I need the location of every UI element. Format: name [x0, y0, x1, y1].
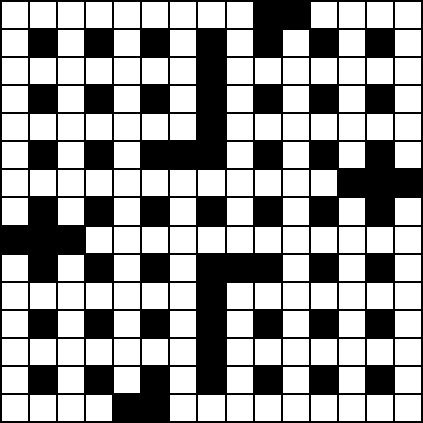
white-cell-r14c14[interactable]: [395, 395, 421, 421]
white-cell-r12c2[interactable]: [58, 339, 84, 365]
white-cell-r6c4[interactable]: [114, 170, 140, 196]
white-cell-r6c7[interactable]: [198, 170, 224, 196]
white-cell-r2c14[interactable]: [395, 58, 421, 84]
white-cell-r5c12[interactable]: [339, 142, 365, 168]
white-cell-r7c4[interactable]: [114, 198, 140, 224]
white-cell-r0c1[interactable]: [30, 2, 56, 28]
crossword-grid: [0, 0, 423, 423]
white-cell-r5c0[interactable]: [2, 142, 28, 168]
white-cell-r0c4[interactable]: [114, 2, 140, 28]
white-cell-r10c11[interactable]: [311, 283, 337, 309]
white-cell-r4c9[interactable]: [255, 114, 281, 140]
block-cell-r13c1: [30, 367, 56, 393]
white-cell-r2c5[interactable]: [142, 58, 168, 84]
block-cell-r7c5: [142, 198, 168, 224]
white-cell-r3c10[interactable]: [283, 86, 309, 112]
white-cell-r7c6[interactable]: [170, 198, 196, 224]
white-cell-r10c5[interactable]: [142, 283, 168, 309]
block-cell-r5c11: [311, 142, 337, 168]
white-cell-r2c13[interactable]: [367, 58, 393, 84]
white-cell-r12c13[interactable]: [367, 339, 393, 365]
white-cell-r6c5[interactable]: [142, 170, 168, 196]
white-cell-r11c2[interactable]: [58, 311, 84, 337]
white-cell-r3c0[interactable]: [2, 86, 28, 112]
block-cell-r9c5: [142, 255, 168, 281]
block-cell-r13c5: [142, 367, 168, 393]
block-cell-r11c5: [142, 311, 168, 337]
block-cell-r6c13: [367, 170, 393, 196]
block-cell-r5c6: [170, 142, 196, 168]
block-cell-r13c3: [86, 367, 112, 393]
block-cell-r13c7: [198, 367, 224, 393]
white-cell-r11c4[interactable]: [114, 311, 140, 337]
white-cell-r14c9[interactable]: [255, 395, 281, 421]
white-cell-r13c10[interactable]: [283, 367, 309, 393]
block-cell-r11c13: [367, 311, 393, 337]
white-cell-r13c6[interactable]: [170, 367, 196, 393]
white-cell-r12c3[interactable]: [86, 339, 112, 365]
white-cell-r12c12[interactable]: [339, 339, 365, 365]
block-cell-r14c4: [114, 395, 140, 421]
white-cell-r8c6[interactable]: [170, 227, 196, 253]
white-cell-r9c2[interactable]: [58, 255, 84, 281]
white-cell-r7c12[interactable]: [339, 198, 365, 224]
white-cell-r10c8[interactable]: [227, 283, 253, 309]
white-cell-r4c2[interactable]: [58, 114, 84, 140]
white-cell-r3c6[interactable]: [170, 86, 196, 112]
white-cell-r13c4[interactable]: [114, 367, 140, 393]
white-cell-r14c1[interactable]: [30, 395, 56, 421]
white-cell-r10c14[interactable]: [395, 283, 421, 309]
white-cell-r12c5[interactable]: [142, 339, 168, 365]
block-cell-r7c13: [367, 198, 393, 224]
white-cell-r8c7[interactable]: [198, 227, 224, 253]
block-cell-r7c1: [30, 198, 56, 224]
white-cell-r13c12[interactable]: [339, 367, 365, 393]
white-cell-r4c14[interactable]: [395, 114, 421, 140]
block-cell-r10c7: [198, 283, 224, 309]
white-cell-r0c8[interactable]: [227, 2, 253, 28]
block-cell-r1c9: [255, 30, 281, 56]
white-cell-r0c0[interactable]: [2, 2, 28, 28]
white-cell-r14c6[interactable]: [170, 395, 196, 421]
white-cell-r13c2[interactable]: [58, 367, 84, 393]
block-cell-r14c5: [142, 395, 168, 421]
white-cell-r10c3[interactable]: [86, 283, 112, 309]
block-cell-r3c5: [142, 86, 168, 112]
white-cell-r2c1[interactable]: [30, 58, 56, 84]
white-cell-r3c8[interactable]: [227, 86, 253, 112]
white-cell-r6c11[interactable]: [311, 170, 337, 196]
white-cell-r1c6[interactable]: [170, 30, 196, 56]
white-cell-r11c10[interactable]: [283, 311, 309, 337]
block-cell-r7c3: [86, 198, 112, 224]
white-cell-r0c2[interactable]: [58, 2, 84, 28]
block-cell-r6c14: [395, 170, 421, 196]
white-cell-r2c0[interactable]: [2, 58, 28, 84]
white-cell-r2c4[interactable]: [114, 58, 140, 84]
white-cell-r4c8[interactable]: [227, 114, 253, 140]
white-cell-r4c0[interactable]: [2, 114, 28, 140]
block-cell-r13c9: [255, 367, 281, 393]
block-cell-r1c11: [311, 30, 337, 56]
block-cell-r9c13: [367, 255, 393, 281]
white-cell-r10c1[interactable]: [30, 283, 56, 309]
block-cell-r5c9: [255, 142, 281, 168]
white-cell-r4c4[interactable]: [114, 114, 140, 140]
white-cell-r2c12[interactable]: [339, 58, 365, 84]
block-cell-r9c8: [227, 255, 253, 281]
white-cell-r4c13[interactable]: [367, 114, 393, 140]
white-cell-r10c2[interactable]: [58, 283, 84, 309]
block-cell-r1c7: [198, 30, 224, 56]
white-cell-r1c12[interactable]: [339, 30, 365, 56]
block-cell-r2c7: [198, 58, 224, 84]
white-cell-r9c0[interactable]: [2, 255, 28, 281]
white-cell-r8c14[interactable]: [395, 227, 421, 253]
white-cell-r8c3[interactable]: [86, 227, 112, 253]
white-cell-r12c10[interactable]: [283, 339, 309, 365]
block-cell-r3c1: [30, 86, 56, 112]
white-cell-r4c5[interactable]: [142, 114, 168, 140]
white-cell-r5c2[interactable]: [58, 142, 84, 168]
white-cell-r12c1[interactable]: [30, 339, 56, 365]
white-cell-r8c12[interactable]: [339, 227, 365, 253]
white-cell-r10c13[interactable]: [367, 283, 393, 309]
block-cell-r3c3: [86, 86, 112, 112]
white-cell-r1c10[interactable]: [283, 30, 309, 56]
block-cell-r5c13: [367, 142, 393, 168]
white-cell-r2c3[interactable]: [86, 58, 112, 84]
block-cell-r3c7: [198, 86, 224, 112]
block-cell-r11c9: [255, 311, 281, 337]
white-cell-r0c13[interactable]: [367, 2, 393, 28]
block-cell-r11c7: [198, 311, 224, 337]
white-cell-r8c10[interactable]: [283, 227, 309, 253]
block-cell-r1c1: [30, 30, 56, 56]
white-cell-r12c14[interactable]: [395, 339, 421, 365]
white-cell-r10c10[interactable]: [283, 283, 309, 309]
white-cell-r7c10[interactable]: [283, 198, 309, 224]
block-cell-r7c9: [255, 198, 281, 224]
white-cell-r7c8[interactable]: [227, 198, 253, 224]
block-cell-r8c0: [2, 227, 28, 253]
white-cell-r7c2[interactable]: [58, 198, 84, 224]
white-cell-r11c6[interactable]: [170, 311, 196, 337]
block-cell-r3c9: [255, 86, 281, 112]
white-cell-r14c2[interactable]: [58, 395, 84, 421]
white-cell-r10c0[interactable]: [2, 283, 28, 309]
block-cell-r13c13: [367, 367, 393, 393]
white-cell-r12c0[interactable]: [2, 339, 28, 365]
white-cell-r14c3[interactable]: [86, 395, 112, 421]
white-cell-r14c12[interactable]: [339, 395, 365, 421]
block-cell-r1c5: [142, 30, 168, 56]
white-cell-r3c12[interactable]: [339, 86, 365, 112]
block-cell-r9c3: [86, 255, 112, 281]
white-cell-r8c11[interactable]: [311, 227, 337, 253]
white-cell-r7c14[interactable]: [395, 198, 421, 224]
block-cell-r5c5: [142, 142, 168, 168]
block-cell-r9c9: [255, 255, 281, 281]
white-cell-r6c0[interactable]: [2, 170, 28, 196]
white-cell-r11c14[interactable]: [395, 311, 421, 337]
white-cell-r0c6[interactable]: [170, 2, 196, 28]
white-cell-r2c6[interactable]: [170, 58, 196, 84]
white-cell-r2c9[interactable]: [255, 58, 281, 84]
white-cell-r6c6[interactable]: [170, 170, 196, 196]
white-cell-r14c8[interactable]: [227, 395, 253, 421]
white-cell-r3c2[interactable]: [58, 86, 84, 112]
white-cell-r8c4[interactable]: [114, 227, 140, 253]
block-cell-r3c13: [367, 86, 393, 112]
white-cell-r6c1[interactable]: [30, 170, 56, 196]
white-cell-r2c8[interactable]: [227, 58, 253, 84]
block-cell-r11c3: [86, 311, 112, 337]
white-cell-r14c11[interactable]: [311, 395, 337, 421]
white-cell-r5c14[interactable]: [395, 142, 421, 168]
white-cell-r12c11[interactable]: [311, 339, 337, 365]
block-cell-r8c2: [58, 227, 84, 253]
white-cell-r12c8[interactable]: [227, 339, 253, 365]
white-cell-r2c2[interactable]: [58, 58, 84, 84]
white-cell-r9c12[interactable]: [339, 255, 365, 281]
white-cell-r1c8[interactable]: [227, 30, 253, 56]
white-cell-r10c9[interactable]: [255, 283, 281, 309]
white-cell-r6c10[interactable]: [283, 170, 309, 196]
white-cell-r8c13[interactable]: [367, 227, 393, 253]
block-cell-r5c1: [30, 142, 56, 168]
block-cell-r9c7: [198, 255, 224, 281]
block-cell-r9c11: [311, 255, 337, 281]
white-cell-r3c4[interactable]: [114, 86, 140, 112]
white-cell-r7c0[interactable]: [2, 198, 28, 224]
white-cell-r12c4[interactable]: [114, 339, 140, 365]
white-cell-r14c10[interactable]: [283, 395, 309, 421]
block-cell-r4c7: [198, 114, 224, 140]
white-cell-r8c9[interactable]: [255, 227, 281, 253]
white-cell-r6c9[interactable]: [255, 170, 281, 196]
crossword-puzzle: [0, 0, 423, 423]
white-cell-r4c10[interactable]: [283, 114, 309, 140]
block-cell-r11c1: [30, 311, 56, 337]
white-cell-r1c0[interactable]: [2, 30, 28, 56]
block-cell-r6c12: [339, 170, 365, 196]
block-cell-r0c10: [283, 2, 309, 28]
white-cell-r2c11[interactable]: [311, 58, 337, 84]
white-cell-r5c10[interactable]: [283, 142, 309, 168]
white-cell-r10c12[interactable]: [339, 283, 365, 309]
white-cell-r6c8[interactable]: [227, 170, 253, 196]
block-cell-r5c7: [198, 142, 224, 168]
white-cell-r9c6[interactable]: [170, 255, 196, 281]
white-cell-r0c12[interactable]: [339, 2, 365, 28]
white-cell-r11c8[interactable]: [227, 311, 253, 337]
white-cell-r14c7[interactable]: [198, 395, 224, 421]
block-cell-r1c3: [86, 30, 112, 56]
white-cell-r9c10[interactable]: [283, 255, 309, 281]
white-cell-r11c12[interactable]: [339, 311, 365, 337]
white-cell-r9c4[interactable]: [114, 255, 140, 281]
white-cell-r5c8[interactable]: [227, 142, 253, 168]
white-cell-r8c8[interactable]: [227, 227, 253, 253]
white-cell-r13c14[interactable]: [395, 367, 421, 393]
block-cell-r0c9: [255, 2, 281, 28]
white-cell-r14c0[interactable]: [2, 395, 28, 421]
white-cell-r6c3[interactable]: [86, 170, 112, 196]
white-cell-r11c0[interactable]: [2, 311, 28, 337]
white-cell-r9c14[interactable]: [395, 255, 421, 281]
white-cell-r13c0[interactable]: [2, 367, 28, 393]
block-cell-r8c1: [30, 227, 56, 253]
white-cell-r12c6[interactable]: [170, 339, 196, 365]
block-cell-r1c13: [367, 30, 393, 56]
white-cell-r2c10[interactable]: [283, 58, 309, 84]
white-cell-r8c5[interactable]: [142, 227, 168, 253]
block-cell-r11c11: [311, 311, 337, 337]
white-cell-r0c7[interactable]: [198, 2, 224, 28]
block-cell-r7c7: [198, 198, 224, 224]
white-cell-r0c14[interactable]: [395, 2, 421, 28]
white-cell-r12c9[interactable]: [255, 339, 281, 365]
white-cell-r1c14[interactable]: [395, 30, 421, 56]
white-cell-r14c13[interactable]: [367, 395, 393, 421]
white-cell-r1c4[interactable]: [114, 30, 140, 56]
white-cell-r1c2[interactable]: [58, 30, 84, 56]
white-cell-r4c6[interactable]: [170, 114, 196, 140]
white-cell-r4c1[interactable]: [30, 114, 56, 140]
block-cell-r9c1: [30, 255, 56, 281]
white-cell-r3c14[interactable]: [395, 86, 421, 112]
white-cell-r10c6[interactable]: [170, 283, 196, 309]
block-cell-r3c11: [311, 86, 337, 112]
white-cell-r0c3[interactable]: [86, 2, 112, 28]
white-cell-r4c3[interactable]: [86, 114, 112, 140]
block-cell-r7c11: [311, 198, 337, 224]
white-cell-r0c5[interactable]: [142, 2, 168, 28]
white-cell-r4c12[interactable]: [339, 114, 365, 140]
block-cell-r12c7: [198, 339, 224, 365]
white-cell-r4c11[interactable]: [311, 114, 337, 140]
white-cell-r13c8[interactable]: [227, 367, 253, 393]
white-cell-r5c4[interactable]: [114, 142, 140, 168]
block-cell-r5c3: [86, 142, 112, 168]
white-cell-r0c11[interactable]: [311, 2, 337, 28]
white-cell-r10c4[interactable]: [114, 283, 140, 309]
block-cell-r13c11: [311, 367, 337, 393]
white-cell-r6c2[interactable]: [58, 170, 84, 196]
